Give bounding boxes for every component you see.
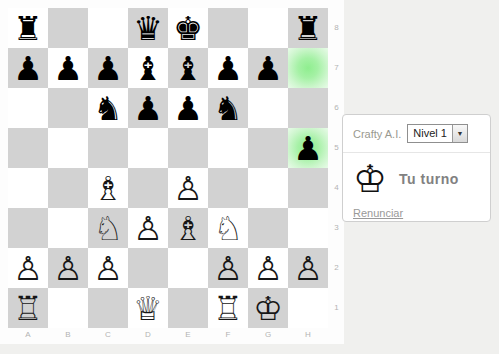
square-g8[interactable] [248,8,288,48]
square-f7[interactable]: ♟ [208,48,248,88]
file-label-a: A [8,329,48,341]
square-b2[interactable]: ♙ [48,248,88,288]
turn-text: Tu turno [399,171,459,187]
square-e3[interactable]: ♗ [168,208,208,248]
square-e7[interactable]: ♝ [168,48,208,88]
square-d8[interactable]: ♛ [128,8,168,48]
rank-label-2: 2 [330,248,343,288]
square-f1[interactable]: ♖ [208,288,248,328]
piece-bR-a8[interactable]: ♜ [8,8,48,48]
square-c2[interactable]: ♙ [88,248,128,288]
square-c5[interactable] [88,128,128,168]
rank-label-8: 8 [330,8,343,48]
square-b8[interactable] [48,8,88,48]
turn-indicator: ♔ Tu turno [353,155,480,203]
file-label-e: E [168,329,208,341]
square-b3[interactable] [48,208,88,248]
square-c8[interactable] [88,8,128,48]
file-label-c: C [88,329,128,341]
square-b4[interactable] [48,168,88,208]
piece-bP-g7[interactable]: ♟ [248,48,288,88]
file-labels: ABCDEFGH [8,329,328,341]
board-container: ♜♛♚♜♟♟♟♝♝♟♟♞♟♟♞♟♗♙♘♙♗♘♙♙♙♙♙♙♖♕♖♔ 8765432… [0,0,344,344]
piece-wP-d3[interactable]: ♙ [128,208,168,248]
square-e8[interactable]: ♚ [168,8,208,48]
square-f5[interactable] [208,128,248,168]
square-c6[interactable]: ♞ [88,88,128,128]
square-f8[interactable] [208,8,248,48]
piece-wR-f1[interactable]: ♖ [208,288,248,328]
piece-bB-e7[interactable]: ♝ [168,48,208,88]
level-select[interactable]: Nivel 1 ▼ [407,124,468,143]
square-h1[interactable] [288,288,328,328]
square-f3[interactable]: ♘ [208,208,248,248]
square-g4[interactable] [248,168,288,208]
board: ♜♛♚♜♟♟♟♝♝♟♟♞♟♟♞♟♗♙♘♙♗♘♙♙♙♙♙♙♖♕♖♔ [8,8,328,328]
rank-label-7: 7 [330,48,343,88]
square-e2[interactable] [168,248,208,288]
piece-bN-f6[interactable]: ♞ [208,88,248,128]
square-h8[interactable]: ♜ [288,8,328,48]
square-c3[interactable]: ♘ [88,208,128,248]
square-a6[interactable] [8,88,48,128]
square-a7[interactable]: ♟ [8,48,48,88]
piece-bK-e8[interactable]: ♚ [168,8,208,48]
square-a3[interactable] [8,208,48,248]
square-e4[interactable]: ♙ [168,168,208,208]
square-g5[interactable] [248,128,288,168]
square-h4[interactable] [288,168,328,208]
square-h5[interactable]: ♟ [288,128,328,168]
square-a1[interactable]: ♖ [8,288,48,328]
square-c1[interactable] [88,288,128,328]
level-select-value: Nivel 1 [408,125,452,142]
piece-wP-h2[interactable]: ♙ [288,248,328,288]
square-f6[interactable]: ♞ [208,88,248,128]
square-a8[interactable]: ♜ [8,8,48,48]
piece-wK-g1[interactable]: ♔ [248,288,288,328]
file-label-d: D [128,329,168,341]
square-b7[interactable]: ♟ [48,48,88,88]
piece-bP-c7[interactable]: ♟ [88,48,128,88]
piece-bP-f7[interactable]: ♟ [208,48,248,88]
piece-bP-h5[interactable]: ♟ [288,128,328,168]
square-b6[interactable] [48,88,88,128]
square-f2[interactable]: ♙ [208,248,248,288]
piece-bR-h8[interactable]: ♜ [288,8,328,48]
piece-bP-e6[interactable]: ♟ [168,88,208,128]
resign-link[interactable]: Renunciar [353,207,403,219]
square-e6[interactable]: ♟ [168,88,208,128]
file-label-b: B [48,329,88,341]
piece-bP-a7[interactable]: ♟ [8,48,48,88]
square-e5[interactable] [168,128,208,168]
square-d3[interactable]: ♙ [128,208,168,248]
piece-wR-a1[interactable]: ♖ [8,288,48,328]
piece-wP-e4[interactable]: ♙ [168,168,208,208]
piece-bQ-d8[interactable]: ♛ [128,8,168,48]
square-h3[interactable] [288,208,328,248]
engine-label: Crafty A.I. [353,128,401,140]
file-label-h: H [288,329,328,341]
white-king-icon: ♔ [353,156,387,202]
file-label-f: F [208,329,248,341]
square-f4[interactable] [208,168,248,208]
piece-wP-a2[interactable]: ♙ [8,248,48,288]
piece-wQ-d1[interactable]: ♕ [128,288,168,328]
square-e1[interactable] [168,288,208,328]
piece-wB-c4[interactable]: ♗ [88,168,128,208]
square-g2[interactable]: ♙ [248,248,288,288]
piece-wB-e3[interactable]: ♗ [168,208,208,248]
square-d1[interactable]: ♕ [128,288,168,328]
file-label-g: G [248,329,288,341]
square-d7[interactable]: ♝ [128,48,168,88]
square-a5[interactable] [8,128,48,168]
square-b1[interactable] [48,288,88,328]
piece-wP-c2[interactable]: ♙ [88,248,128,288]
piece-wP-g2[interactable]: ♙ [248,248,288,288]
square-d6[interactable]: ♟ [128,88,168,128]
square-h6[interactable] [288,88,328,128]
game-panel: Crafty A.I. Nivel 1 ▼ ♔ Tu turno Renunci… [342,114,491,222]
piece-bN-c6[interactable]: ♞ [88,88,128,128]
square-d2[interactable] [128,248,168,288]
square-g3[interactable] [248,208,288,248]
square-g6[interactable] [248,88,288,128]
piece-wN-c3[interactable]: ♘ [88,208,128,248]
square-a4[interactable] [8,168,48,208]
square-b5[interactable] [48,128,88,168]
square-a2[interactable]: ♙ [8,248,48,288]
piece-bP-d6[interactable]: ♟ [128,88,168,128]
square-g7[interactable]: ♟ [248,48,288,88]
square-c7[interactable]: ♟ [88,48,128,88]
panel-divider [343,152,490,153]
piece-wP-f2[interactable]: ♙ [208,248,248,288]
rank-label-1: 1 [330,288,343,328]
square-h2[interactable]: ♙ [288,248,328,288]
square-h7[interactable] [288,48,328,88]
piece-wN-f3[interactable]: ♘ [208,208,248,248]
square-d5[interactable] [128,128,168,168]
square-g1[interactable]: ♔ [248,288,288,328]
square-c4[interactable]: ♗ [88,168,128,208]
piece-wP-b2[interactable]: ♙ [48,248,88,288]
engine-row: Crafty A.I. Nivel 1 ▼ [353,124,480,143]
chevron-down-icon[interactable]: ▼ [452,125,467,142]
square-d4[interactable] [128,168,168,208]
page: ♜♛♚♜♟♟♟♝♝♟♟♞♟♟♞♟♗♙♘♙♗♘♙♙♙♙♙♙♖♕♖♔ 8765432… [0,0,499,354]
piece-bP-b7[interactable]: ♟ [48,48,88,88]
piece-bB-d7[interactable]: ♝ [128,48,168,88]
